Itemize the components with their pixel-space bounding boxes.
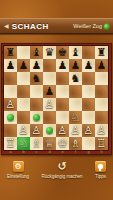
white-pawn: ♙: [32, 124, 42, 137]
black-queen: ♛: [45, 46, 55, 59]
square-a2[interactable]: [4, 124, 17, 137]
square-f8[interactable]: ♝: [69, 46, 82, 59]
square-d8[interactable]: ♛: [43, 46, 56, 59]
square-h4[interactable]: [95, 98, 108, 111]
black-rook: ♜: [6, 46, 16, 59]
square-c7[interactable]: ♟: [30, 59, 43, 72]
square-b3[interactable]: [17, 111, 30, 124]
gear-icon: ⚙: [13, 161, 24, 172]
square-b8[interactable]: [17, 46, 30, 59]
square-d4[interactable]: ♙: [43, 98, 56, 111]
undo-label: Rückgängig machen: [41, 174, 82, 179]
black-bishop: ♝: [32, 46, 42, 59]
turn-indicator-dot: [104, 24, 109, 29]
square-g4[interactable]: [82, 98, 95, 111]
square-a7[interactable]: ♟: [4, 59, 17, 72]
square-e2[interactable]: ♙: [56, 124, 69, 137]
square-f3[interactable]: ♘: [69, 111, 82, 124]
title-bar: ◀ SCHACH Weißer Zug: [0, 18, 113, 34]
chess-board[interactable]: ♜♝♛♚♝♜♟♟♟♟♟♟♟♞♞♟♙♙♘♙♙♙♙♙♙♖♘♗♕♔♗♖: [4, 46, 108, 150]
black-pawn: ♟: [32, 59, 42, 72]
white-knight: ♘: [71, 111, 81, 124]
square-g3[interactable]: [82, 111, 95, 124]
turn-status: Weißer Zug: [73, 23, 109, 29]
square-f4[interactable]: [69, 98, 82, 111]
black-pawn: ♟: [45, 85, 55, 98]
file-label-f: f: [69, 149, 82, 155]
square-d3[interactable]: [43, 111, 56, 124]
black-rook: ♜: [97, 46, 107, 59]
white-pawn: ♙: [6, 98, 16, 111]
undo-button[interactable]: ↺ Rückgängig machen: [41, 160, 82, 184]
file-label-h: h: [95, 149, 108, 155]
white-pawn: ♙: [58, 124, 68, 137]
square-h7[interactable]: ♟: [95, 59, 108, 72]
file-label-c: c: [30, 149, 43, 155]
white-pawn: ♙: [71, 124, 81, 137]
black-pawn: ♟: [71, 59, 81, 72]
white-pawn: ♙: [19, 124, 29, 137]
square-e5[interactable]: [56, 85, 69, 98]
file-labels: abcdefgh: [4, 149, 108, 155]
settings-label: Einstellung: [7, 174, 29, 179]
square-g7[interactable]: ♟: [82, 59, 95, 72]
square-b6[interactable]: [17, 72, 30, 85]
square-h6[interactable]: [95, 72, 108, 85]
square-d2[interactable]: [43, 124, 56, 137]
file-label-d: d: [43, 149, 56, 155]
chess-board-frame: 87654321 ♜♝♛♚♝♜♟♟♟♟♟♟♟♞♞♟♙♙♘♙♙♙♙♙♙♖♘♗♕♔♗…: [1, 43, 112, 155]
black-pawn: ♟: [84, 59, 94, 72]
white-pawn: ♙: [45, 98, 55, 111]
square-b5[interactable]: [17, 85, 30, 98]
app-screen: ◀ SCHACH Weißer Zug 87654321 ♜♝♛♚♝♜♟♟♟♟♟…: [0, 0, 113, 200]
square-f7[interactable]: ♟: [69, 59, 82, 72]
back-chevron-icon[interactable]: ◀: [4, 18, 9, 34]
square-b7[interactable]: ♟: [17, 59, 30, 72]
page-title: SCHACH: [12, 22, 74, 31]
square-e6[interactable]: [56, 72, 69, 85]
square-a4[interactable]: ♙: [4, 98, 17, 111]
square-b2[interactable]: ♙: [17, 124, 30, 137]
square-c3[interactable]: [30, 111, 43, 124]
square-a6[interactable]: [4, 72, 17, 85]
undo-icon: ↺: [57, 160, 66, 173]
bottom-toolbar: ⚙ Einstellung ↺ Rückgängig machen Tipps: [0, 160, 113, 184]
square-h2[interactable]: ♙: [95, 124, 108, 137]
square-h5[interactable]: [95, 85, 108, 98]
move-hint-dot[interactable]: [46, 127, 53, 134]
square-b4[interactable]: [17, 98, 30, 111]
square-e7[interactable]: ♟: [56, 59, 69, 72]
bulb-icon: [95, 161, 106, 172]
hints-button[interactable]: Tipps: [95, 160, 106, 184]
square-g2[interactable]: ♙: [82, 124, 95, 137]
square-h8[interactable]: ♜: [95, 46, 108, 59]
white-pawn: ♙: [97, 124, 107, 137]
square-e4[interactable]: [56, 98, 69, 111]
square-h3[interactable]: [95, 111, 108, 124]
square-f5[interactable]: [69, 85, 82, 98]
black-pawn: ♟: [58, 59, 68, 72]
square-g6[interactable]: [82, 72, 95, 85]
square-d6[interactable]: [43, 72, 56, 85]
black-knight: ♞: [32, 72, 42, 85]
turn-status-label: Weißer Zug: [73, 23, 102, 29]
square-e3[interactable]: [56, 111, 69, 124]
square-d7[interactable]: [43, 59, 56, 72]
square-f2[interactable]: ♙: [69, 124, 82, 137]
square-d5[interactable]: ♟: [43, 85, 56, 98]
hints-label: Tipps: [95, 174, 106, 179]
square-e8[interactable]: ♚: [56, 46, 69, 59]
square-a8[interactable]: ♜: [4, 46, 17, 59]
black-bishop: ♝: [71, 46, 81, 59]
square-g8[interactable]: [82, 46, 95, 59]
black-king: ♚: [58, 46, 68, 59]
file-label-g: g: [82, 149, 95, 155]
square-c4[interactable]: [30, 98, 43, 111]
move-hint-dot[interactable]: [33, 114, 40, 121]
black-pawn: ♟: [97, 59, 107, 72]
square-f6[interactable]: ♞: [69, 72, 82, 85]
square-g5[interactable]: [82, 85, 95, 98]
move-hint-dot[interactable]: [7, 114, 14, 121]
file-label-b: b: [17, 149, 30, 155]
white-pawn: ♙: [84, 124, 94, 137]
black-knight: ♞: [71, 72, 81, 85]
black-pawn: ♟: [6, 59, 16, 72]
square-c8[interactable]: ♝: [30, 46, 43, 59]
square-a3[interactable]: [4, 111, 17, 124]
square-a5[interactable]: [4, 85, 17, 98]
black-pawn: ♟: [19, 59, 29, 72]
square-c6[interactable]: ♞: [30, 72, 43, 85]
settings-button[interactable]: ⚙ Einstellung: [7, 160, 29, 184]
square-c2[interactable]: ♙: [30, 124, 43, 137]
file-label-a: a: [4, 149, 17, 155]
square-c5[interactable]: [30, 85, 43, 98]
file-label-e: e: [56, 149, 69, 155]
